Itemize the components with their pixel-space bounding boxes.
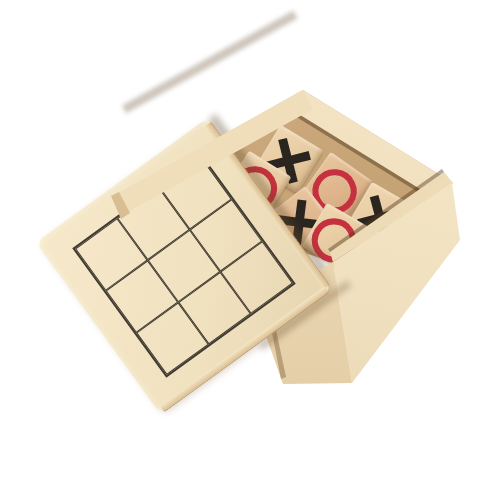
product-photo-tic-tac-toe-box: × ○ × ○ × ○ [0,0,500,500]
rim-shadow-on-lid [122,11,298,114]
